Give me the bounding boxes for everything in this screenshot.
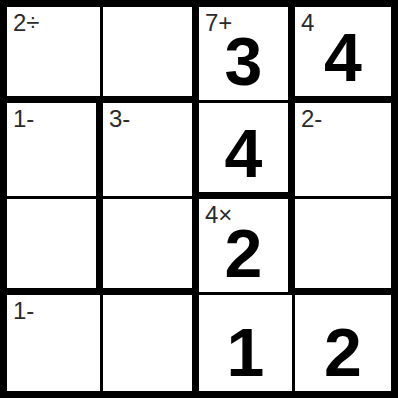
cell-r0c0[interactable]: 2÷ xyxy=(7,7,103,103)
kenken-board: 2÷7+3441-3-42-4×21-12 xyxy=(0,0,398,398)
kenken-puzzle: 2÷7+3441-3-42-4×21-12 xyxy=(0,0,398,398)
cell-r3c2[interactable]: 1 xyxy=(199,295,295,391)
cell-r1c1[interactable]: 3- xyxy=(103,103,199,199)
cage-clue: 1- xyxy=(13,105,34,133)
cell-r0c3[interactable]: 44 xyxy=(295,7,391,103)
cell-r2c0[interactable] xyxy=(7,199,103,295)
cell-r1c3[interactable]: 2- xyxy=(295,103,391,199)
cell-r2c3[interactable] xyxy=(295,199,391,295)
cage-clue: 2- xyxy=(301,105,322,133)
cell-r3c0[interactable]: 1- xyxy=(7,295,103,391)
cage-clue: 1- xyxy=(13,297,34,325)
cell-r0c1[interactable] xyxy=(103,7,199,103)
cell-r3c3[interactable]: 2 xyxy=(295,295,391,391)
cell-r3c1[interactable] xyxy=(103,295,199,391)
cell-r1c0[interactable]: 1- xyxy=(7,103,103,199)
cell-value: 4 xyxy=(295,23,391,91)
cell-value: 4 xyxy=(199,119,288,187)
cell-value: 1 xyxy=(199,318,292,386)
cell-value: 2 xyxy=(295,318,391,386)
cell-r2c1[interactable] xyxy=(103,199,199,295)
cell-r1c2[interactable]: 4 xyxy=(199,103,295,199)
cell-value: 2 xyxy=(199,219,288,287)
cage-clue: 2÷ xyxy=(13,9,40,37)
cell-r0c2[interactable]: 7+3 xyxy=(199,7,295,103)
cage-clue: 3- xyxy=(109,105,130,133)
cell-r2c2[interactable]: 4×2 xyxy=(199,199,295,295)
cell-value: 3 xyxy=(199,27,288,95)
